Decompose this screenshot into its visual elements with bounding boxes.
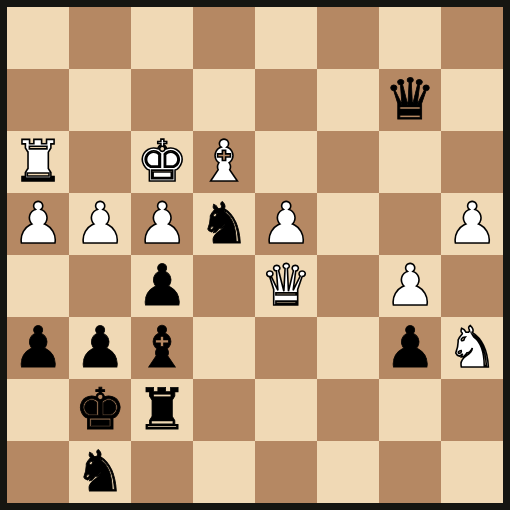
square-h4[interactable] — [441, 255, 503, 317]
square-f4[interactable] — [317, 255, 379, 317]
square-h2[interactable] — [441, 379, 503, 441]
black-rook[interactable]: ♜ — [136, 379, 187, 440]
black-pawn[interactable]: ♟ — [74, 317, 125, 378]
square-b2[interactable]: ♚ — [69, 379, 131, 441]
square-h6[interactable] — [441, 131, 503, 193]
square-a4[interactable] — [7, 255, 69, 317]
square-g4[interactable]: ♟ — [379, 255, 441, 317]
square-e4[interactable]: ♛ — [255, 255, 317, 317]
square-d7[interactable] — [193, 69, 255, 131]
square-a5[interactable]: ♟ — [7, 193, 69, 255]
black-knight[interactable]: ♞ — [74, 441, 125, 502]
square-d3[interactable] — [193, 317, 255, 379]
white-pawn[interactable]: ♟ — [446, 193, 497, 254]
square-f1[interactable] — [317, 441, 379, 503]
square-f8[interactable] — [317, 7, 379, 69]
square-a3[interactable]: ♟ — [7, 317, 69, 379]
square-d8[interactable] — [193, 7, 255, 69]
square-g2[interactable] — [379, 379, 441, 441]
square-b5[interactable]: ♟ — [69, 193, 131, 255]
square-f5[interactable] — [317, 193, 379, 255]
square-c1[interactable] — [131, 441, 193, 503]
white-pawn[interactable]: ♟ — [136, 193, 187, 254]
square-a2[interactable] — [7, 379, 69, 441]
square-d6[interactable]: ♝ — [193, 131, 255, 193]
square-d5[interactable]: ♞ — [193, 193, 255, 255]
chess-board: ♛♜♚♝♟♟♟♞♟♟♟♛♟♟♟♝♟♞♚♜♞ — [7, 7, 503, 503]
square-a8[interactable] — [7, 7, 69, 69]
square-e1[interactable] — [255, 441, 317, 503]
square-h3[interactable]: ♞ — [441, 317, 503, 379]
square-d2[interactable] — [193, 379, 255, 441]
square-c5[interactable]: ♟ — [131, 193, 193, 255]
square-h7[interactable] — [441, 69, 503, 131]
square-g7[interactable]: ♛ — [379, 69, 441, 131]
square-f6[interactable] — [317, 131, 379, 193]
square-h5[interactable]: ♟ — [441, 193, 503, 255]
white-rook[interactable]: ♜ — [12, 131, 63, 192]
square-e7[interactable] — [255, 69, 317, 131]
square-h8[interactable] — [441, 7, 503, 69]
black-pawn[interactable]: ♟ — [384, 317, 435, 378]
square-c7[interactable] — [131, 69, 193, 131]
white-pawn[interactable]: ♟ — [74, 193, 125, 254]
square-c8[interactable] — [131, 7, 193, 69]
white-king[interactable]: ♚ — [136, 131, 187, 192]
white-bishop[interactable]: ♝ — [198, 131, 249, 192]
square-b7[interactable] — [69, 69, 131, 131]
square-c2[interactable]: ♜ — [131, 379, 193, 441]
square-f2[interactable] — [317, 379, 379, 441]
white-queen[interactable]: ♛ — [260, 255, 311, 316]
square-e2[interactable] — [255, 379, 317, 441]
square-e3[interactable] — [255, 317, 317, 379]
square-c4[interactable]: ♟ — [131, 255, 193, 317]
white-pawn[interactable]: ♟ — [384, 255, 435, 316]
square-g8[interactable] — [379, 7, 441, 69]
square-h1[interactable] — [441, 441, 503, 503]
black-pawn[interactable]: ♟ — [12, 317, 63, 378]
square-b8[interactable] — [69, 7, 131, 69]
white-pawn[interactable]: ♟ — [12, 193, 63, 254]
black-queen[interactable]: ♛ — [384, 69, 435, 130]
square-a1[interactable] — [7, 441, 69, 503]
square-g6[interactable] — [379, 131, 441, 193]
black-knight[interactable]: ♞ — [198, 193, 249, 254]
square-b6[interactable] — [69, 131, 131, 193]
square-d4[interactable] — [193, 255, 255, 317]
white-knight[interactable]: ♞ — [446, 317, 497, 378]
board-frame: ♛♜♚♝♟♟♟♞♟♟♟♛♟♟♟♝♟♞♚♜♞ — [0, 0, 510, 510]
square-d1[interactable] — [193, 441, 255, 503]
square-g1[interactable] — [379, 441, 441, 503]
square-e6[interactable] — [255, 131, 317, 193]
square-c6[interactable]: ♚ — [131, 131, 193, 193]
square-a7[interactable] — [7, 69, 69, 131]
black-bishop[interactable]: ♝ — [136, 317, 187, 378]
square-e8[interactable] — [255, 7, 317, 69]
square-f3[interactable] — [317, 317, 379, 379]
square-b4[interactable] — [69, 255, 131, 317]
white-pawn[interactable]: ♟ — [260, 193, 311, 254]
square-f7[interactable] — [317, 69, 379, 131]
square-b3[interactable]: ♟ — [69, 317, 131, 379]
black-king[interactable]: ♚ — [74, 379, 125, 440]
square-c3[interactable]: ♝ — [131, 317, 193, 379]
square-e5[interactable]: ♟ — [255, 193, 317, 255]
square-g3[interactable]: ♟ — [379, 317, 441, 379]
square-b1[interactable]: ♞ — [69, 441, 131, 503]
square-a6[interactable]: ♜ — [7, 131, 69, 193]
square-g5[interactable] — [379, 193, 441, 255]
black-pawn[interactable]: ♟ — [136, 255, 187, 316]
